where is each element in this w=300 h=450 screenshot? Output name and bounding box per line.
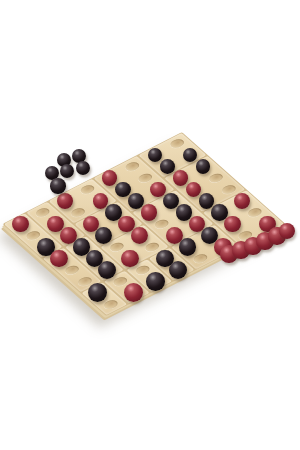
black-marble[interactable] <box>146 272 165 291</box>
black-marble[interactable] <box>95 227 112 244</box>
marble-layer <box>0 0 300 450</box>
red-marble[interactable] <box>57 193 73 209</box>
red-marble[interactable] <box>121 250 139 268</box>
red-marble[interactable] <box>279 223 296 240</box>
black-marble[interactable] <box>60 164 75 179</box>
black-marble[interactable] <box>183 148 197 162</box>
red-marble[interactable] <box>150 182 165 197</box>
black-marble[interactable] <box>128 193 144 209</box>
red-marble[interactable] <box>234 193 250 209</box>
black-marble[interactable] <box>76 161 91 176</box>
red-marble[interactable] <box>131 227 148 244</box>
red-marble[interactable] <box>173 170 188 185</box>
red-marble[interactable] <box>186 182 201 197</box>
black-marble[interactable] <box>179 238 196 255</box>
red-marble[interactable] <box>141 204 157 220</box>
red-marble[interactable] <box>50 250 68 268</box>
black-marble[interactable] <box>196 159 211 174</box>
red-marble[interactable] <box>102 170 117 185</box>
black-marble[interactable] <box>169 261 187 279</box>
kulami-board-photo <box>0 0 300 450</box>
red-marble[interactable] <box>12 216 29 233</box>
red-marble[interactable] <box>124 283 143 302</box>
red-marble[interactable] <box>224 216 241 233</box>
black-marble[interactable] <box>160 159 175 174</box>
black-marble[interactable] <box>148 148 162 162</box>
black-marble[interactable] <box>115 182 130 197</box>
black-marble[interactable] <box>98 261 116 279</box>
black-marble[interactable] <box>50 178 65 193</box>
black-marble[interactable] <box>88 283 107 302</box>
